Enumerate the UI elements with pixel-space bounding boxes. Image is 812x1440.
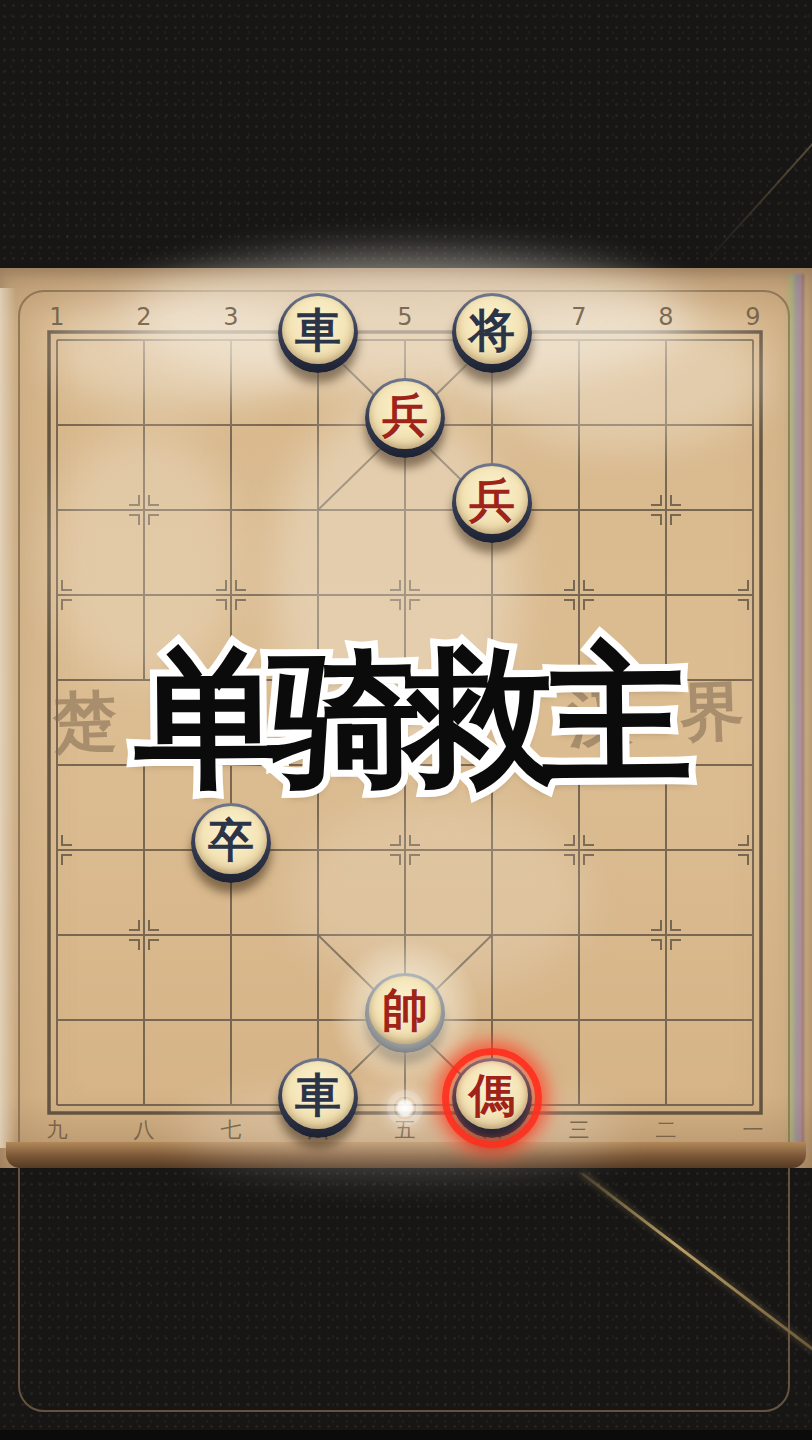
piece-black-将[interactable]: 将 — [452, 293, 532, 373]
file-label-bottom-5: 五 — [395, 1120, 416, 1141]
piece-character: 卒 — [208, 817, 254, 863]
piece-face: 車 — [282, 1061, 354, 1129]
file-label-bottom-9: 一 — [743, 1120, 764, 1141]
piece-red-傌[interactable]: 傌 — [452, 1058, 532, 1138]
piece-character: 帥 — [382, 987, 428, 1033]
piece-red-帥[interactable]: 帥 — [365, 973, 445, 1053]
move-indicator-dot — [394, 1097, 416, 1119]
piece-character: 兵 — [382, 392, 428, 438]
screenshot-stage: 123456789九八七六五四三二一楚河汉界 車将兵兵卒帥車傌 单骑救主 单骑救… — [0, 0, 812, 1440]
piece-face: 兵 — [456, 466, 528, 534]
river-label-楚: 楚 — [52, 677, 119, 766]
file-label-top-7: 7 — [571, 305, 586, 329]
river-label-河: 河 — [163, 681, 230, 770]
file-label-bottom-3: 七 — [221, 1120, 242, 1141]
river-label-汉: 汉 — [567, 673, 634, 762]
piece-red-兵[interactable]: 兵 — [365, 378, 445, 458]
background-top — [0, 0, 812, 268]
file-label-top-2: 2 — [136, 305, 151, 329]
piece-character: 傌 — [469, 1072, 515, 1118]
file-label-bottom-2: 八 — [134, 1120, 155, 1141]
piece-character: 車 — [295, 1072, 341, 1118]
file-label-top-9: 9 — [745, 305, 760, 329]
piece-face: 帥 — [369, 976, 441, 1044]
file-label-top-8: 8 — [658, 305, 673, 329]
file-label-top-1: 1 — [49, 305, 64, 329]
piece-face: 傌 — [456, 1061, 528, 1129]
piece-face: 卒 — [195, 806, 267, 874]
piece-red-兵[interactable]: 兵 — [452, 463, 532, 543]
file-label-bottom-8: 二 — [656, 1120, 677, 1141]
piece-character: 車 — [295, 307, 341, 353]
piece-character: 将 — [469, 307, 515, 353]
piece-face: 車 — [282, 296, 354, 364]
piece-face: 将 — [456, 296, 528, 364]
piece-black-卒[interactable]: 卒 — [191, 803, 271, 883]
river-label-界: 界 — [679, 667, 746, 756]
piece-black-車[interactable]: 車 — [278, 293, 358, 373]
file-label-top-3: 3 — [223, 305, 238, 329]
piece-black-車[interactable]: 車 — [278, 1058, 358, 1138]
file-label-top-5: 5 — [397, 305, 412, 329]
piece-face: 兵 — [369, 381, 441, 449]
file-label-bottom-7: 三 — [569, 1120, 590, 1141]
file-label-bottom-1: 九 — [47, 1120, 68, 1141]
piece-character: 兵 — [469, 477, 515, 523]
